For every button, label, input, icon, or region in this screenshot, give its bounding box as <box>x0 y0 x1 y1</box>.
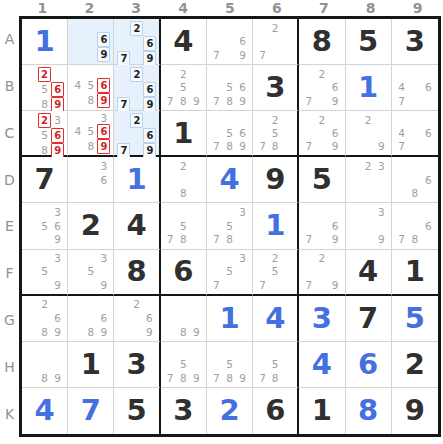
cell-H2[interactable]: 1 <box>68 342 114 388</box>
column-label-7: 7 <box>300 0 347 16</box>
pencil-mark-6: 6 <box>328 81 341 95</box>
pencil-mark-2: 2 <box>315 113 328 126</box>
pencil-mark-7: 7 <box>256 140 269 153</box>
pencil-slot-empty <box>143 113 156 128</box>
cell-G4[interactable]: 89 <box>161 296 207 342</box>
pencil-mark-6: 6 <box>97 311 110 325</box>
pencil-marks: 2689 <box>22 296 67 341</box>
pencil-slot-empty <box>282 371 295 385</box>
cell-E7[interactable]: 679 <box>299 203 345 249</box>
pencil-slot-empty <box>97 265 110 278</box>
pencil-slot-empty <box>362 127 375 140</box>
pencil-slot-empty <box>282 35 295 49</box>
pencil-slot-empty <box>422 233 435 247</box>
cell-A2[interactable]: 69 <box>68 19 114 65</box>
pencil-slot-empty <box>328 205 341 219</box>
elimination-chip-6: 6 <box>97 78 110 93</box>
pencil-mark-3: 3 <box>375 205 388 219</box>
pencil-slot-empty <box>84 67 97 78</box>
pencil-slot-empty <box>349 219 362 233</box>
cell-B1[interactable]: 25689 <box>22 65 68 111</box>
cell-B7[interactable]: 2679 <box>299 65 345 111</box>
pencil-slot-empty <box>84 32 97 47</box>
pencil-slot-empty <box>84 278 97 291</box>
pencil-slot-empty <box>84 21 97 32</box>
pencil-mark-3: 3 <box>51 205 64 219</box>
cell-C2[interactable]: 345689 <box>68 111 114 157</box>
cell-D7[interactable]: 5 <box>299 157 345 203</box>
pencil-mark-8: 8 <box>38 325 51 339</box>
pencil-mark-3: 3 <box>375 159 388 173</box>
pencil-slot-empty <box>223 344 236 358</box>
pencil-mark-6: 6 <box>97 124 110 139</box>
cell-H3[interactable]: 3 <box>114 342 160 388</box>
cell-K8[interactable]: 8 <box>346 388 392 434</box>
cell-E2[interactable]: 2 <box>68 203 114 249</box>
pencil-slot-empty <box>130 36 143 51</box>
pencil-slot-empty <box>282 113 295 126</box>
cell-E9[interactable]: 678 <box>392 203 438 249</box>
cell-value: 1 <box>346 65 391 110</box>
cell-F9[interactable]: 1 <box>392 250 438 296</box>
pencil-slot-empty <box>164 311 177 325</box>
pencil-slot-empty <box>408 173 421 187</box>
pencil-slot-empty <box>117 36 130 51</box>
cell-G6[interactable]: 4 <box>253 296 299 342</box>
highlight-chip-6: 6 <box>143 128 156 143</box>
cell-E6[interactable]: 1 <box>253 203 299 249</box>
pencil-slot-empty <box>84 252 97 265</box>
cell-F1[interactable]: 359 <box>22 250 68 296</box>
pencil-slot-empty <box>130 311 143 325</box>
cell-K9[interactable]: 9 <box>392 388 438 434</box>
pencil-slot-empty <box>282 21 295 35</box>
cell-G8[interactable]: 7 <box>346 296 392 342</box>
cell-H7[interactable]: 4 <box>299 342 345 388</box>
pencil-mark-5: 5 <box>269 127 282 140</box>
pencil-mark-3: 3 <box>236 252 249 265</box>
pencil-marks: 279 <box>299 250 344 294</box>
pencil-mark-7: 7 <box>117 51 130 66</box>
pencil-mark-6: 6 <box>51 311 64 325</box>
cell-K2[interactable]: 7 <box>68 388 114 434</box>
column-label-3: 3 <box>113 0 160 16</box>
cell-H6[interactable]: 578 <box>253 342 299 388</box>
pencil-slot-empty <box>395 67 408 81</box>
pencil-slot-empty <box>256 357 269 371</box>
pencil-mark-4: 4 <box>395 127 408 140</box>
cell-value: 3 <box>114 342 158 387</box>
pencil-mark-7: 7 <box>302 140 315 153</box>
pencil-slot-empty <box>349 205 362 219</box>
cell-C6[interactable]: 2578 <box>253 111 299 157</box>
cell-C1[interactable]: 235689 <box>22 111 68 157</box>
pencil-mark-2: 2 <box>269 21 282 35</box>
cell-G3[interactable]: 269 <box>114 296 160 342</box>
cell-K5[interactable]: 2 <box>207 388 253 434</box>
pencil-slot-empty <box>315 278 328 291</box>
pencil-slot-empty <box>282 252 295 265</box>
pencil-slot-empty <box>315 81 328 95</box>
highlight-chip-6: 6 <box>143 36 156 51</box>
cell-value: 2 <box>68 203 113 248</box>
cell-value: 1 <box>114 157 158 202</box>
pencil-slot-empty <box>375 187 388 201</box>
cell-G1[interactable]: 2689 <box>22 296 68 342</box>
highlight-chip-6: 6 <box>143 82 156 97</box>
pencil-marks: 27 <box>253 19 297 64</box>
pencil-slot-empty <box>362 205 375 219</box>
pencil-slot-empty <box>422 113 435 126</box>
pencil-slot-empty <box>223 113 236 126</box>
pencil-mark-2: 2 <box>130 298 143 312</box>
cell-B8[interactable]: 1 <box>346 65 392 111</box>
pencil-mark-2: 2 <box>38 113 51 128</box>
pencil-mark-9: 9 <box>143 143 156 158</box>
pencil-mark-8: 8 <box>177 187 190 201</box>
pencil-mark-5: 5 <box>223 127 236 140</box>
cell-value: 5 <box>346 19 391 64</box>
pencil-slot-empty <box>395 113 408 126</box>
cell-K6[interactable]: 6 <box>253 388 299 434</box>
cell-B2[interactable]: 45689 <box>68 65 114 111</box>
pencil-slot-empty <box>25 82 38 97</box>
cell-value: 7 <box>68 388 113 434</box>
cell-A6[interactable]: 27 <box>253 19 299 65</box>
pencil-slot-empty <box>422 159 435 173</box>
cell-F3[interactable]: 8 <box>114 250 160 296</box>
cell-F7[interactable]: 279 <box>299 250 345 296</box>
pencil-slot-empty <box>71 298 84 312</box>
pencil-slot-empty <box>190 233 203 247</box>
pencil-slot-empty <box>269 344 282 358</box>
cell-value: 8 <box>346 388 391 434</box>
pencil-mark-2: 2 <box>177 159 190 173</box>
cell-H5[interactable]: 5789 <box>207 342 253 388</box>
pencil-slot-empty <box>25 205 38 219</box>
pencil-mark-6: 6 <box>51 219 64 233</box>
pencil-mark-2: 2 <box>269 252 282 265</box>
pencil-marks: 56789 <box>207 111 252 155</box>
pencil-mark-8: 8 <box>38 143 51 158</box>
pencil-slot-empty <box>223 35 236 49</box>
pencil-marks: 235689 <box>22 111 67 155</box>
row-label-D: D <box>0 156 19 203</box>
pencil-slot-empty <box>328 265 341 278</box>
pencil-slot-empty <box>236 21 249 35</box>
pencil-slot-empty <box>256 265 269 278</box>
cell-value: 6 <box>346 342 391 387</box>
cell-value: 1 <box>161 111 206 155</box>
pencil-mark-5: 5 <box>223 81 236 95</box>
pencil-slot-empty <box>38 233 51 247</box>
cell-A5[interactable]: 679 <box>207 19 253 65</box>
cell-E8[interactable]: 39 <box>346 203 392 249</box>
pencil-marks: 45689 <box>68 65 113 110</box>
cell-B4[interactable]: 25789 <box>161 65 207 111</box>
column-labels: 123456789 <box>19 0 441 16</box>
pencil-mark-5: 5 <box>269 357 282 371</box>
cell-F5[interactable]: 357 <box>207 250 253 296</box>
cell-value: 1 <box>392 250 438 294</box>
pencil-mark-5: 5 <box>223 265 236 278</box>
pencil-mark-7: 7 <box>395 95 408 109</box>
cell-K3[interactable]: 5 <box>114 388 160 434</box>
cell-G7[interactable]: 3 <box>299 296 345 342</box>
pencil-marks: 89 <box>161 296 206 341</box>
pencil-slot-empty <box>177 344 190 358</box>
pencil-mark-2: 2 <box>38 298 51 312</box>
pencil-slot-empty <box>302 219 315 233</box>
pencil-slot-empty <box>375 127 388 140</box>
pencil-slot-empty <box>210 127 223 140</box>
pencil-slot-empty <box>143 67 156 82</box>
pencil-slot-empty <box>190 357 203 371</box>
highlight-chip-2: 2 <box>130 67 143 82</box>
pencil-mark-9: 9 <box>375 233 388 247</box>
pencil-slot-empty <box>164 298 177 312</box>
cell-A1[interactable]: 1 <box>22 19 68 65</box>
cell-value: 5 <box>114 388 158 434</box>
pencil-slot-empty <box>375 113 388 126</box>
pencil-marks: 679 <box>207 19 252 64</box>
cell-C8[interactable]: 29 <box>346 111 392 157</box>
pencil-mark-9: 9 <box>236 140 249 153</box>
pencil-slot-empty <box>177 205 190 219</box>
cell-K1[interactable]: 4 <box>22 388 68 434</box>
cell-A7[interactable]: 8 <box>299 19 345 65</box>
pencil-marks: 2578 <box>253 111 297 155</box>
cell-F4[interactable]: 6 <box>161 250 207 296</box>
pencil-slot-empty <box>349 140 362 153</box>
pencil-slot-empty <box>130 97 143 112</box>
pencil-slot-empty <box>84 47 97 62</box>
pencil-slot-empty <box>71 311 84 325</box>
cell-F8[interactable]: 4 <box>346 250 392 296</box>
cell-D8[interactable]: 23 <box>346 157 392 203</box>
cell-D4[interactable]: 28 <box>161 157 207 203</box>
cell-H9[interactable]: 2 <box>392 342 438 388</box>
pencil-slot-empty <box>328 252 341 265</box>
pencil-slot-empty <box>190 173 203 187</box>
cell-A3[interactable]: 2679 <box>114 19 160 65</box>
column-label-1: 1 <box>19 0 66 16</box>
row-label-E: E <box>0 203 19 250</box>
cell-value: 7 <box>22 157 67 202</box>
pencil-slot-empty <box>422 67 435 81</box>
pencil-mark-9: 9 <box>97 47 110 62</box>
pencil-marks: 68 <box>392 157 438 202</box>
highlight-chip-2: 2 <box>130 113 143 128</box>
pencil-slot-empty <box>315 95 328 109</box>
pencil-slot-empty <box>71 139 84 154</box>
pencil-slot-empty <box>408 113 421 126</box>
pencil-slot-empty <box>210 252 223 265</box>
pencil-slot-empty <box>408 95 421 109</box>
cell-F2[interactable]: 359 <box>68 250 114 296</box>
pencil-mark-7: 7 <box>164 233 177 247</box>
cell-D9[interactable]: 68 <box>392 157 438 203</box>
pencil-mark-6: 6 <box>97 32 110 47</box>
pencil-mark-8: 8 <box>223 95 236 109</box>
cell-E3[interactable]: 4 <box>114 203 160 249</box>
cell-K7[interactable]: 1 <box>299 388 345 434</box>
cell-C4[interactable]: 1 <box>161 111 207 157</box>
pencil-mark-6: 6 <box>236 81 249 95</box>
pencil-slot-empty <box>71 187 84 201</box>
cell-C5[interactable]: 56789 <box>207 111 253 157</box>
row-label-C: C <box>0 110 19 157</box>
cell-G2[interactable]: 689 <box>68 296 114 342</box>
pencil-slot-empty <box>190 81 203 95</box>
cell-B3[interactable]: 2679 <box>114 65 160 111</box>
pencil-slot-empty <box>117 82 130 97</box>
pencil-slot-empty <box>84 173 97 187</box>
pencil-slot-empty <box>210 35 223 49</box>
pencil-mark-2: 2 <box>315 252 328 265</box>
cell-B5[interactable]: 56789 <box>207 65 253 111</box>
pencil-slot-empty <box>210 113 223 126</box>
pencil-mark-2: 2 <box>362 113 375 126</box>
pencil-slot-empty <box>223 21 236 35</box>
pencil-mark-9: 9 <box>97 93 110 108</box>
pencil-mark-6: 6 <box>422 173 435 187</box>
cell-A8[interactable]: 5 <box>346 19 392 65</box>
cell-value: 1 <box>299 388 344 434</box>
pencil-mark-9: 9 <box>143 325 156 339</box>
pencil-slot-empty <box>25 97 38 112</box>
cell-C9[interactable]: 467 <box>392 111 438 157</box>
pencil-mark-7: 7 <box>164 95 177 109</box>
pencil-mark-9: 9 <box>375 140 388 153</box>
cell-value: 9 <box>392 388 438 434</box>
cell-value: 1 <box>68 342 113 387</box>
pencil-mark-7: 7 <box>117 143 130 158</box>
cell-value: 6 <box>161 250 206 294</box>
pencil-slot-empty <box>223 48 236 62</box>
pencil-mark-9: 9 <box>328 140 341 153</box>
pencil-mark-8: 8 <box>269 140 282 153</box>
row-label-G: G <box>0 297 19 344</box>
cell-E4[interactable]: 578 <box>161 203 207 249</box>
cell-C3[interactable]: 2679 <box>114 111 160 157</box>
cell-G9[interactable]: 5 <box>392 296 438 342</box>
cell-H4[interactable]: 5789 <box>161 342 207 388</box>
pencil-mark-3: 3 <box>97 159 110 173</box>
cell-D3[interactable]: 1 <box>114 157 160 203</box>
elimination-chip-6: 6 <box>51 82 64 97</box>
pencil-slot-empty <box>395 187 408 201</box>
pencil-slot-empty <box>190 205 203 219</box>
pencil-marks: 467 <box>392 111 438 155</box>
pencil-mark-3: 3 <box>51 252 64 265</box>
pencil-mark-5: 5 <box>38 128 51 143</box>
pencil-slot-empty <box>315 219 328 233</box>
pencil-mark-8: 8 <box>223 140 236 153</box>
pencil-mark-6: 6 <box>143 36 156 51</box>
pencil-mark-5: 5 <box>177 357 190 371</box>
pencil-slot-empty <box>256 344 269 358</box>
pencil-mark-5: 5 <box>223 219 236 233</box>
pencil-slot-empty <box>38 357 51 371</box>
pencil-slot-empty <box>302 205 315 219</box>
pencil-slot-empty <box>315 233 328 247</box>
pencil-marks: 357 <box>207 250 252 294</box>
cell-A9[interactable]: 3 <box>392 19 438 65</box>
cell-H1[interactable]: 89 <box>22 342 68 388</box>
pencil-marks: 2679 <box>299 65 344 110</box>
cell-A4[interactable]: 4 <box>161 19 207 65</box>
pencil-mark-8: 8 <box>269 371 282 385</box>
cell-D1[interactable]: 7 <box>22 157 68 203</box>
cell-D6[interactable]: 9 <box>253 157 299 203</box>
pencil-marks: 578 <box>253 342 297 387</box>
pencil-slot-empty <box>282 344 295 358</box>
pencil-mark-5: 5 <box>38 82 51 97</box>
row-label-A: A <box>0 16 19 63</box>
pencil-slot-empty <box>302 265 315 278</box>
pencil-slot-empty <box>302 252 315 265</box>
pencil-slot-empty <box>164 173 177 187</box>
pencil-marks: 29 <box>346 111 391 155</box>
cell-H8[interactable]: 6 <box>346 342 392 388</box>
pencil-slot-empty <box>408 159 421 173</box>
pencil-mark-8: 8 <box>38 371 51 385</box>
cell-F6[interactable]: 257 <box>253 250 299 296</box>
pencil-slot-empty <box>164 67 177 81</box>
highlight-chip-9: 9 <box>143 51 156 66</box>
pencil-slot-empty <box>117 128 130 143</box>
highlight-chip-2: 2 <box>130 21 143 36</box>
pencil-slot-empty <box>164 187 177 201</box>
pencil-mark-6: 6 <box>422 127 435 140</box>
pencil-slot-empty <box>71 159 84 173</box>
pencil-slot-empty <box>25 344 38 358</box>
pencil-mark-6: 6 <box>236 35 249 49</box>
cell-K4[interactable]: 3 <box>161 388 207 434</box>
pencil-slot-empty <box>223 278 236 291</box>
pencil-mark-9: 9 <box>51 143 64 158</box>
pencil-slot-empty <box>256 127 269 140</box>
highlight-chip-6: 6 <box>97 32 110 47</box>
cell-D2[interactable]: 36 <box>68 157 114 203</box>
pencil-slot-empty <box>84 311 97 325</box>
cell-B6[interactable]: 3 <box>253 65 299 111</box>
cell-G5[interactable]: 1 <box>207 296 253 342</box>
pencil-mark-3: 3 <box>97 113 110 124</box>
cell-D5[interactable]: 4 <box>207 157 253 203</box>
cell-B9[interactable]: 467 <box>392 65 438 111</box>
pencil-slot-empty <box>256 21 269 35</box>
cell-value: 3 <box>253 65 297 110</box>
highlight-chip-7: 7 <box>117 143 130 158</box>
pencil-slot-empty <box>38 278 51 291</box>
sudoku-board: 1692679467927853256894568926792578956789… <box>19 16 441 437</box>
pencil-slot-empty <box>38 311 51 325</box>
cell-C7[interactable]: 2679 <box>299 111 345 157</box>
pencil-slot-empty <box>395 159 408 173</box>
column-label-2: 2 <box>66 0 113 16</box>
pencil-slot-empty <box>190 159 203 173</box>
pencil-marks: 89 <box>22 342 67 387</box>
pencil-mark-9: 9 <box>51 278 64 291</box>
cell-E1[interactable]: 3569 <box>22 203 68 249</box>
pencil-mark-4: 4 <box>71 124 84 139</box>
cell-E5[interactable]: 3578 <box>207 203 253 249</box>
pencil-mark-7: 7 <box>302 278 315 291</box>
pencil-mark-9: 9 <box>51 233 64 247</box>
pencil-marks: 257 <box>253 250 297 294</box>
